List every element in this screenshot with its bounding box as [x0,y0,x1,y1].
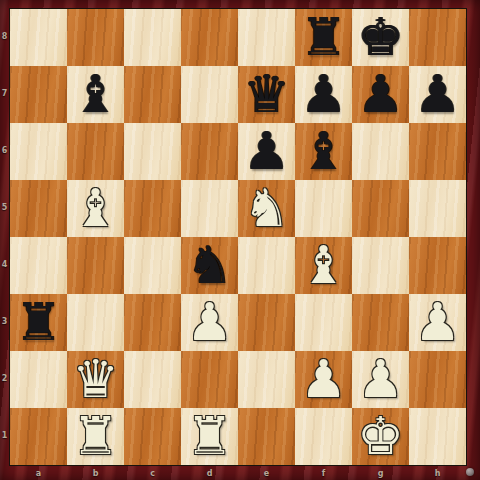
piece-white-pawn[interactable]: ♟ [186,296,233,348]
piece-white-pawn[interactable]: ♟ [300,353,347,405]
corner-screw-icon [466,468,474,476]
square-c6[interactable] [124,123,181,180]
piece-black-queen[interactable]: ♛ [243,68,290,120]
square-c8[interactable] [124,9,181,66]
square-b3[interactable] [67,294,124,351]
square-h6[interactable] [409,123,466,180]
square-a2[interactable] [10,351,67,408]
square-e8[interactable] [238,9,295,66]
file-label-h: h [409,466,466,480]
file-label-b: b [67,466,124,480]
square-a7[interactable] [10,66,67,123]
square-f1[interactable] [295,408,352,465]
square-b6[interactable] [67,123,124,180]
square-c5[interactable] [124,180,181,237]
file-label-g: g [352,466,409,480]
piece-white-bishop[interactable]: ♝ [72,182,119,234]
piece-black-rook[interactable]: ♜ [15,296,62,348]
piece-black-pawn[interactable]: ♟ [243,125,290,177]
square-h1[interactable] [409,408,466,465]
square-f4[interactable]: ♝ [295,237,352,294]
square-h2[interactable] [409,351,466,408]
file-label-e: e [238,466,295,480]
square-b4[interactable] [67,237,124,294]
rank-label-5: 5 [0,179,9,236]
square-e2[interactable] [238,351,295,408]
square-g5[interactable] [352,180,409,237]
square-d1[interactable]: ♜ [181,408,238,465]
square-e3[interactable] [238,294,295,351]
square-h7[interactable]: ♟ [409,66,466,123]
file-label-c: c [124,466,181,480]
square-f6[interactable]: ♝ [295,123,352,180]
square-g4[interactable] [352,237,409,294]
chess-board: ♜♚♝♛♟♟♟♟♝♝♞♞♝♜♟♟♛♟♟♜♜♚ [9,8,467,466]
piece-black-pawn[interactable]: ♟ [357,68,404,120]
square-h4[interactable] [409,237,466,294]
rank-label-7: 7 [0,65,9,122]
square-g1[interactable]: ♚ [352,408,409,465]
square-d5[interactable] [181,180,238,237]
square-b1[interactable]: ♜ [67,408,124,465]
square-c2[interactable] [124,351,181,408]
board-frame: ♜♚♝♛♟♟♟♟♝♝♞♞♝♜♟♟♛♟♟♜♜♚ 87654321 abcdefgh [0,0,480,480]
square-a5[interactable] [10,180,67,237]
square-f2[interactable]: ♟ [295,351,352,408]
square-h8[interactable] [409,9,466,66]
square-b2[interactable]: ♛ [67,351,124,408]
file-label-d: d [181,466,238,480]
square-a4[interactable] [10,237,67,294]
square-g3[interactable] [352,294,409,351]
piece-black-bishop[interactable]: ♝ [300,125,347,177]
piece-white-rook[interactable]: ♜ [186,410,233,462]
piece-white-queen[interactable]: ♛ [72,353,119,405]
square-d6[interactable] [181,123,238,180]
piece-white-bishop[interactable]: ♝ [300,239,347,291]
square-a3[interactable]: ♜ [10,294,67,351]
piece-black-king[interactable]: ♚ [357,11,404,63]
square-b7[interactable]: ♝ [67,66,124,123]
square-f5[interactable] [295,180,352,237]
square-a8[interactable] [10,9,67,66]
rank-label-3: 3 [0,293,9,350]
piece-black-pawn[interactable]: ♟ [414,68,461,120]
square-e5[interactable]: ♞ [238,180,295,237]
file-label-f: f [295,466,352,480]
piece-white-king[interactable]: ♚ [357,410,404,462]
rank-label-4: 4 [0,236,9,293]
piece-black-knight[interactable]: ♞ [186,239,233,291]
piece-white-pawn[interactable]: ♟ [414,296,461,348]
piece-white-rook[interactable]: ♜ [72,410,119,462]
square-e6[interactable]: ♟ [238,123,295,180]
rank-label-2: 2 [0,350,9,407]
square-c3[interactable] [124,294,181,351]
square-g7[interactable]: ♟ [352,66,409,123]
piece-black-pawn[interactable]: ♟ [300,68,347,120]
piece-white-knight[interactable]: ♞ [243,182,290,234]
square-d8[interactable] [181,9,238,66]
rank-label-6: 6 [0,122,9,179]
square-h5[interactable] [409,180,466,237]
rank-label-8: 8 [0,8,9,65]
square-e1[interactable] [238,408,295,465]
square-d3[interactable]: ♟ [181,294,238,351]
square-c4[interactable] [124,237,181,294]
square-g8[interactable]: ♚ [352,9,409,66]
square-g6[interactable] [352,123,409,180]
square-f7[interactable]: ♟ [295,66,352,123]
piece-black-rook[interactable]: ♜ [300,11,347,63]
square-d4[interactable]: ♞ [181,237,238,294]
square-b5[interactable]: ♝ [67,180,124,237]
square-e7[interactable]: ♛ [238,66,295,123]
square-h3[interactable]: ♟ [409,294,466,351]
square-c7[interactable] [124,66,181,123]
square-a6[interactable] [10,123,67,180]
square-b8[interactable] [67,9,124,66]
square-c1[interactable] [124,408,181,465]
rank-label-1: 1 [0,407,9,464]
square-g2[interactable]: ♟ [352,351,409,408]
file-label-a: a [10,466,67,480]
square-d7[interactable] [181,66,238,123]
piece-black-bishop[interactable]: ♝ [72,68,119,120]
piece-white-pawn[interactable]: ♟ [357,353,404,405]
square-f3[interactable] [295,294,352,351]
square-f8[interactable]: ♜ [295,9,352,66]
square-a1[interactable] [10,408,67,465]
square-d2[interactable] [181,351,238,408]
square-e4[interactable] [238,237,295,294]
